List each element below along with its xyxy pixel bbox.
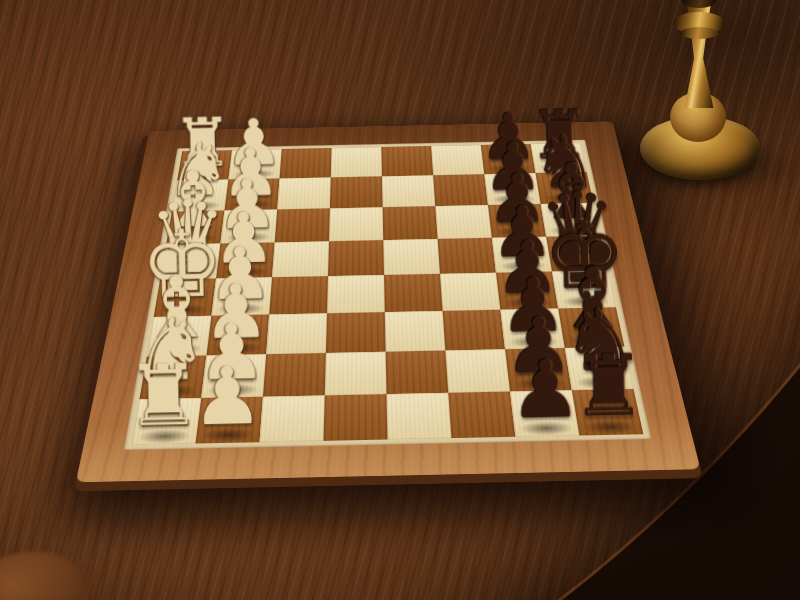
square-b4[interactable] [330, 176, 383, 208]
square-h4[interactable] [323, 394, 387, 441]
black-rook[interactable]: ♜ [529, 342, 690, 429]
square-a4[interactable] [331, 147, 382, 177]
board-grid: ♜♟♟♜♞♟♟♞♝♟♟♝♛♟♟♛♚♟♟♚♝♟♟♝♞♟♟♞♜♟♟♜ [132, 143, 644, 445]
square-g4[interactable] [325, 352, 387, 396]
board-scene: ♜♟♟♜♞♟♟♞♝♟♟♝♛♟♟♛♚♟♟♚♝♟♟♝♞♟♟♞♜♟♟♜ [112, 3, 655, 546]
photo-root: ♜♟♟♜♞♟♟♞♝♟♟♝♛♟♟♛♚♟♟♚♝♟♟♝♞♟♟♞♜♟♟♜ [0, 0, 800, 600]
chess-board: ♜♟♟♜♞♟♟♞♝♟♟♝♛♟♟♛♚♟♟♚♝♟♟♝♞♟♟♞♜♟♟♜ [76, 121, 701, 482]
square-g5[interactable] [386, 351, 449, 395]
board-tilt-wrap: ♜♟♟♜♞♟♟♞♝♟♟♝♛♟♟♛♚♟♟♚♝♟♟♝♞♟♟♞♜♟♟♜ [0, 0, 800, 600]
board-inlay-line: ♜♟♟♜♞♟♟♞♝♟♟♝♛♟♟♛♚♟♟♚♝♟♟♝♞♟♟♞♜♟♟♜ [124, 140, 652, 450]
square-h5[interactable] [386, 393, 451, 440]
square-c4[interactable] [329, 207, 383, 241]
square-d4[interactable] [328, 240, 384, 276]
square-h8[interactable]: ♜ [572, 389, 644, 436]
square-b5[interactable] [382, 175, 435, 207]
square-h2[interactable]: ♟ [195, 397, 262, 444]
square-f4[interactable] [326, 312, 386, 353]
white-pawn[interactable]: ♟ [147, 355, 308, 438]
square-e4[interactable] [327, 275, 385, 313]
square-e5[interactable] [384, 274, 443, 312]
square-c5[interactable] [383, 206, 438, 240]
square-f5[interactable] [385, 311, 446, 352]
square-a5[interactable] [381, 146, 433, 176]
square-d5[interactable] [383, 239, 440, 275]
